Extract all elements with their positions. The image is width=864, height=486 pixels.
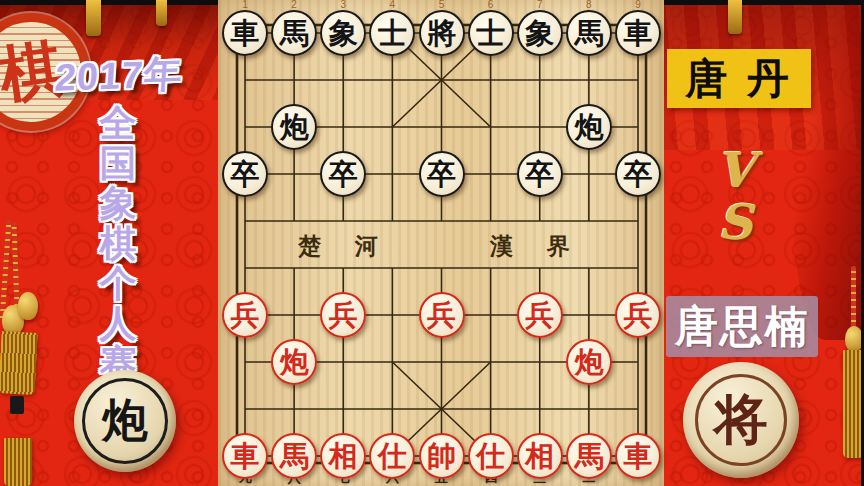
gold-hanger-icon: [86, 0, 101, 36]
black-piece-e[interactable]: 象: [517, 10, 563, 56]
red-piece-p[interactable]: 兵: [320, 292, 366, 338]
red-piece-c[interactable]: 炮: [566, 339, 612, 385]
event-title-char: 国: [94, 144, 142, 184]
file-label-top: 1: [234, 0, 256, 10]
event-title-char: 全: [94, 104, 142, 144]
file-label-top: 5: [431, 0, 453, 10]
file-label-top: 6: [480, 0, 502, 10]
player-name-top-banner: 唐 丹: [667, 49, 811, 108]
red-piece-r[interactable]: 車: [222, 433, 268, 479]
vs-letter-v: V: [705, 146, 765, 194]
black-piece-p[interactable]: 卒: [320, 151, 366, 197]
black-piece-p[interactable]: 卒: [222, 151, 268, 197]
red-piece-k[interactable]: 帥: [419, 433, 465, 479]
black-piece-p[interactable]: 卒: [517, 151, 563, 197]
player-name-bottom-banner: 唐思楠: [666, 296, 818, 357]
river-label-left: 楚 河: [298, 231, 392, 257]
red-piece-h[interactable]: 馬: [566, 433, 612, 479]
decorative-general-piece: 将: [683, 362, 799, 478]
black-piece-k[interactable]: 將: [419, 10, 465, 56]
red-piece-a[interactable]: 仕: [468, 433, 514, 479]
red-piece-r[interactable]: 車: [615, 433, 661, 479]
black-piece-r[interactable]: 車: [222, 10, 268, 56]
file-label-top: 3: [332, 0, 354, 10]
black-piece-p[interactable]: 卒: [615, 151, 661, 197]
tassel-dark-band: [10, 396, 24, 414]
event-title-char: 个: [94, 264, 142, 304]
tassel-cord-icon: [851, 266, 856, 328]
screenshot-stage: 棋 2017年 全国象棋个人赛 炮 楚 河 漢 界 123456789九八七六五…: [0, 0, 864, 486]
event-title-char: 象: [94, 184, 142, 224]
red-piece-h[interactable]: 馬: [271, 433, 317, 479]
red-piece-e[interactable]: 相: [517, 433, 563, 479]
xiangqi-board[interactable]: 楚 河 漢 界 123456789九八七六五四三二一 車馬象士將士象馬車炮炮卒卒…: [218, 0, 664, 486]
tassel-knot-icon: [18, 292, 38, 320]
board-grid: [218, 0, 664, 486]
river-label-right: 漢 界: [490, 231, 584, 257]
gold-hanger-icon: [728, 0, 742, 34]
general-character: 将: [714, 384, 768, 457]
event-title-vertical-text: 全国象棋个人赛: [94, 104, 142, 384]
black-piece-h[interactable]: 馬: [271, 10, 317, 56]
decorative-cannon-piece: 炮: [74, 370, 176, 472]
event-title-char: 人: [94, 304, 142, 344]
black-piece-a[interactable]: 士: [468, 10, 514, 56]
red-piece-p[interactable]: 兵: [222, 292, 268, 338]
file-label-top: 7: [529, 0, 551, 10]
file-label-top: 2: [283, 0, 305, 10]
tassel-fringe-icon: [4, 438, 32, 486]
file-label-top: 9: [627, 0, 649, 10]
vs-letter-s: S: [705, 198, 765, 246]
black-piece-e[interactable]: 象: [320, 10, 366, 56]
red-piece-e[interactable]: 相: [320, 433, 366, 479]
red-piece-p[interactable]: 兵: [517, 292, 563, 338]
event-year-text: 2017年: [53, 47, 217, 104]
tassel-fringe-icon: [0, 331, 38, 395]
gold-hanger-icon: [156, 0, 167, 26]
black-piece-c[interactable]: 炮: [271, 104, 317, 150]
red-piece-p[interactable]: 兵: [615, 292, 661, 338]
black-piece-p[interactable]: 卒: [419, 151, 465, 197]
black-piece-r[interactable]: 車: [615, 10, 661, 56]
file-label-top: 8: [578, 0, 600, 10]
black-piece-c[interactable]: 炮: [566, 104, 612, 150]
black-piece-h[interactable]: 馬: [566, 10, 612, 56]
file-label-top: 4: [381, 0, 403, 10]
red-piece-p[interactable]: 兵: [419, 292, 465, 338]
cannon-character: 炮: [102, 390, 148, 452]
red-piece-c[interactable]: 炮: [271, 339, 317, 385]
event-title-char: 棋: [94, 224, 142, 264]
